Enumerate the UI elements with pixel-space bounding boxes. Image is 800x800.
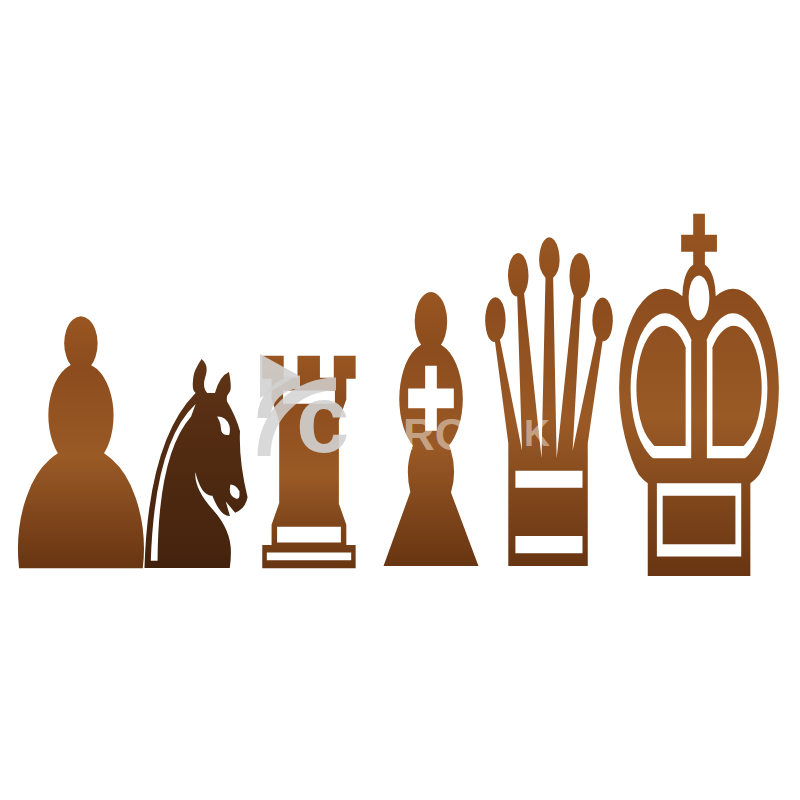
watermark-letters-ro: RO (403, 410, 469, 459)
king-piece: ♚ (597, 116, 800, 693)
watermark-logo-letter: c (296, 365, 349, 472)
chess-pieces-scene: ♟ ♞ ♜ ♝ ♛ ♚ c RO K (0, 0, 800, 800)
watermark-letter-k: K (524, 413, 550, 454)
product-photo-white-backdrop: ♟ ♞ ♜ ♝ ♛ ♚ c RO K (0, 0, 800, 800)
